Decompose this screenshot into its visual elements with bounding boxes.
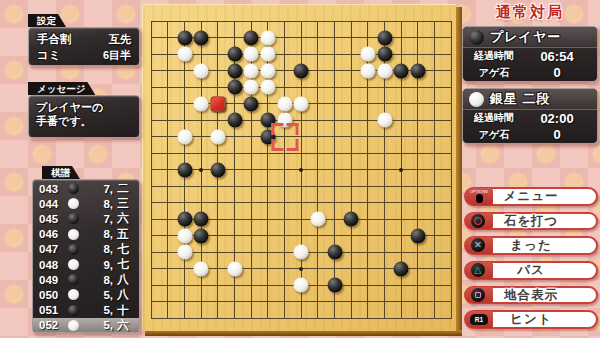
white-stone — [260, 30, 275, 45]
message-line: 手番です。 — [36, 114, 132, 128]
kifu-row[interactable]: 0505,八 — [33, 287, 139, 302]
white-stone-icon — [68, 229, 79, 240]
white-stone — [377, 113, 392, 128]
message-tab: メッセージ — [28, 82, 95, 95]
opponent-name: 銀星 二段 — [490, 90, 551, 108]
board-cursor[interactable] — [271, 123, 298, 151]
white-stone — [260, 47, 275, 62]
handicap-value: 互先 — [109, 32, 131, 47]
action-buttons: OPTIONSメニュー石を打つ✕まった△パス地合表示R1ヒント — [464, 187, 598, 335]
kifu-row[interactable]: 0437,二 — [33, 181, 139, 196]
move-number: 048 — [39, 259, 65, 271]
move-row: 二 — [113, 181, 133, 196]
move-row: 三 — [113, 196, 133, 211]
elapsed-time-value: 02:00 — [521, 111, 593, 126]
move-row: 六 — [113, 318, 133, 333]
white-stone-icon — [469, 92, 484, 107]
move-number: 051 — [39, 304, 65, 316]
place-stone-button[interactable]: 石を打つ — [464, 212, 598, 231]
match-mode-title: 通常対局 — [462, 3, 598, 22]
elapsed-time-value: 06:54 — [521, 49, 593, 64]
black-stone — [327, 278, 342, 293]
black-stone — [410, 228, 425, 243]
black-stone-icon — [68, 274, 79, 285]
white-stone — [177, 47, 192, 62]
move-number: 044 — [39, 198, 65, 210]
move-row: 十 — [113, 303, 133, 318]
white-stone — [260, 80, 275, 95]
message-panel: メッセージ プレイヤーの 手番です。 — [28, 82, 140, 138]
undo-button[interactable]: ✕まった — [464, 236, 598, 255]
move-col: 9, — [82, 259, 113, 271]
player-card-black: プレイヤー 経過時間 06:54 アゲ石 0 — [462, 26, 598, 82]
move-col: 5, — [82, 304, 113, 316]
black-stone — [327, 245, 342, 260]
black-stone — [210, 162, 225, 177]
black-stone — [227, 63, 242, 78]
captures-label: アゲ石 — [467, 128, 521, 142]
move-number: 052 — [39, 319, 65, 331]
captures-label: アゲ石 — [467, 66, 521, 80]
move-number: 050 — [39, 289, 65, 301]
black-stone — [244, 30, 259, 45]
player-name: プレイヤー — [490, 28, 561, 46]
white-stone — [294, 278, 309, 293]
star-point — [299, 168, 303, 172]
move-number: 049 — [39, 274, 65, 286]
kifu-row[interactable]: 0468,五 — [33, 227, 139, 242]
black-stone — [227, 113, 242, 128]
move-col: 8, — [82, 243, 113, 255]
game-screen: 設定 手合割 互先 コミ 6目半 メッセージ プレイヤーの 手番です。 棋譜 0… — [0, 0, 600, 338]
button-label: 石を打つ — [466, 214, 596, 229]
hint-button[interactable]: R1ヒント — [464, 310, 598, 329]
star-point — [199, 168, 203, 172]
white-stone — [244, 63, 259, 78]
white-stone — [377, 63, 392, 78]
kifu-row[interactable]: 0457,六 — [33, 211, 139, 226]
white-stone — [294, 245, 309, 260]
button-label: メニュー — [466, 189, 596, 204]
move-row: 六 — [113, 211, 133, 226]
white-stone — [210, 129, 225, 144]
black-stone — [394, 63, 409, 78]
black-stone — [377, 47, 392, 62]
move-number: 046 — [39, 228, 65, 240]
move-number: 045 — [39, 213, 65, 225]
black-stone — [194, 212, 209, 227]
kifu-panel: 棋譜 0437,二0448,三0457,六0468,五0478,七0489,七0… — [32, 166, 140, 333]
move-col: 7, — [82, 183, 113, 195]
move-col: 8, — [82, 198, 113, 210]
kifu-row[interactable]: 0525,六 — [33, 318, 139, 333]
board-side-face-right — [455, 7, 462, 333]
black-stone — [177, 212, 192, 227]
black-stone — [294, 63, 309, 78]
white-stone — [177, 245, 192, 260]
star-point — [399, 168, 403, 172]
black-stone — [227, 80, 242, 95]
black-stone-icon — [68, 213, 79, 224]
player-card-white: 銀星 二段 経過時間 02:00 アゲ石 0 — [462, 88, 598, 144]
kifu-row[interactable]: 0489,七 — [33, 257, 139, 272]
komi-row: コミ 6目半 — [37, 47, 131, 63]
komi-label: コミ — [37, 48, 61, 63]
black-stone — [394, 261, 409, 276]
menu-button[interactable]: OPTIONSメニュー — [464, 187, 598, 206]
star-point — [299, 267, 303, 271]
kifu-row[interactable]: 0448,三 — [33, 196, 139, 211]
white-stone — [227, 261, 242, 276]
move-row: 七 — [113, 257, 133, 272]
black-stone — [177, 162, 192, 177]
white-stone — [194, 261, 209, 276]
pass-button[interactable]: △パス — [464, 261, 598, 280]
handicap-row: 手合割 互先 — [37, 31, 131, 47]
white-stone — [294, 96, 309, 111]
white-stone — [260, 63, 275, 78]
white-stone — [194, 63, 209, 78]
black-stone-icon — [68, 183, 79, 194]
move-row: 八 — [113, 287, 133, 302]
white-stone-icon — [68, 289, 79, 300]
black-stone-icon — [469, 30, 484, 45]
white-stone — [360, 47, 375, 62]
move-number: 047 — [39, 243, 65, 255]
black-stone — [177, 30, 192, 45]
white-stone — [360, 63, 375, 78]
settings-panel: 設定 手合割 互先 コミ 6目半 — [28, 14, 140, 66]
black-stone-icon — [68, 244, 79, 255]
white-stone — [177, 228, 192, 243]
black-stone — [244, 96, 259, 111]
message-line: プレイヤーの — [36, 100, 132, 114]
black-stone — [344, 212, 359, 227]
handicap-label: 手合割 — [37, 32, 72, 47]
white-stone — [244, 47, 259, 62]
black-stone — [227, 47, 242, 62]
white-stone-icon — [68, 198, 79, 209]
kifu-tab: 棋譜 — [42, 166, 80, 179]
black-stone — [377, 30, 392, 45]
komi-value: 6目半 — [103, 48, 131, 63]
last-move-marker — [210, 96, 225, 111]
white-stone — [177, 129, 192, 144]
button-label: パス — [466, 263, 596, 278]
button-label: ヒント — [466, 312, 596, 327]
settings-tab: 設定 — [28, 14, 66, 27]
white-stone — [244, 80, 259, 95]
black-stone — [194, 228, 209, 243]
move-row: 八 — [113, 272, 133, 287]
move-col: 8, — [82, 274, 113, 286]
elapsed-time-label: 経過時間 — [467, 111, 521, 125]
kifu-row[interactable]: 0478,七 — [33, 242, 139, 257]
captures-value: 0 — [521, 127, 593, 142]
move-col: 5, — [82, 319, 113, 331]
captures-value: 0 — [521, 65, 593, 80]
white-stone-icon — [68, 259, 79, 270]
white-stone — [277, 96, 292, 111]
black-stone-icon — [68, 305, 79, 316]
territory-display-button[interactable]: 地合表示 — [464, 286, 598, 305]
white-stone — [194, 96, 209, 111]
kifu-row[interactable]: 0515,十 — [33, 303, 139, 318]
black-stone — [194, 30, 209, 45]
white-stone-icon — [68, 320, 79, 331]
move-col: 5, — [82, 289, 113, 301]
kifu-row[interactable]: 0498,八 — [33, 272, 139, 287]
black-stone — [410, 63, 425, 78]
move-row: 五 — [113, 227, 133, 242]
move-col: 7, — [82, 213, 113, 225]
button-label: まった — [466, 238, 596, 253]
elapsed-time-label: 経過時間 — [467, 49, 521, 63]
move-number: 043 — [39, 183, 65, 195]
button-label: 地合表示 — [466, 288, 596, 303]
go-board[interactable] — [142, 4, 456, 331]
move-col: 8, — [82, 228, 113, 240]
white-stone — [310, 212, 325, 227]
move-row: 七 — [113, 242, 133, 257]
